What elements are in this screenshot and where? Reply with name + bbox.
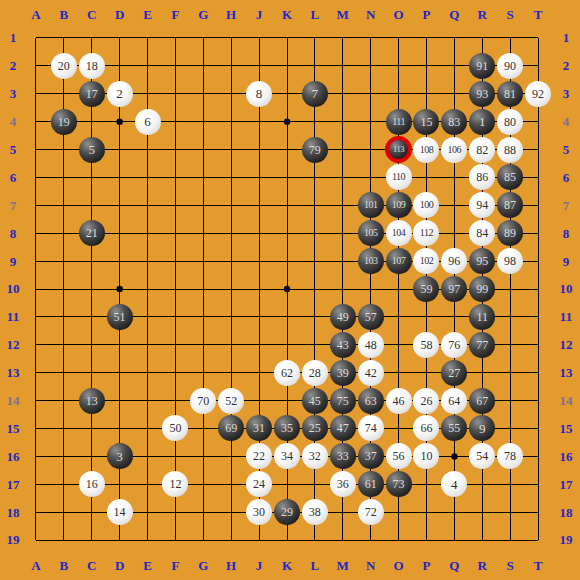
stone-r7-move-94[interactable]: 94: [469, 192, 495, 218]
column-label-b: B: [50, 556, 78, 574]
column-label-r: R: [468, 556, 496, 574]
column-label-h: H: [217, 556, 245, 574]
stone-m17-move-36[interactable]: 36: [330, 471, 356, 497]
row-label-19: 19: [4, 526, 22, 554]
stone-o5-move-113[interactable]: 113: [385, 136, 412, 163]
row-label-10: 10: [557, 275, 575, 303]
column-label-l: L: [301, 556, 329, 574]
row-label-15: 15: [4, 414, 22, 442]
stone-p15-move-66[interactable]: 66: [413, 415, 439, 441]
stone-k18-move-29[interactable]: 29: [274, 499, 300, 525]
stone-l13-move-28[interactable]: 28: [302, 360, 328, 386]
row-label-3: 3: [557, 80, 575, 108]
column-label-p: P: [412, 5, 440, 23]
column-label-m: M: [329, 556, 357, 574]
stone-c5-move-5[interactable]: 5: [79, 137, 105, 163]
stone-p14-move-26[interactable]: 26: [413, 388, 439, 414]
row-label-8: 8: [557, 219, 575, 247]
stone-r4-move-1[interactable]: 1: [469, 109, 495, 135]
stone-n13-move-42[interactable]: 42: [358, 360, 384, 386]
stone-r15-move-9[interactable]: 9: [469, 415, 495, 441]
stone-j18-move-30[interactable]: 30: [246, 499, 272, 525]
column-label-k: K: [273, 5, 301, 23]
stone-r2-move-91[interactable]: 91: [469, 53, 495, 79]
column-labels-top: ABCDEFGHJKLMNOPQRST: [22, 5, 553, 23]
stone-b4-move-19[interactable]: 19: [51, 109, 77, 135]
stone-p9-move-102[interactable]: 102: [413, 248, 439, 274]
stone-o6-move-110[interactable]: 110: [386, 164, 412, 190]
stone-q14-move-64[interactable]: 64: [441, 388, 467, 414]
row-label-13: 13: [557, 359, 575, 387]
stone-n14-move-63[interactable]: 63: [358, 388, 384, 414]
stone-n15-move-74[interactable]: 74: [358, 415, 384, 441]
stone-q5-move-106[interactable]: 106: [441, 137, 467, 163]
stone-m13-move-39[interactable]: 39: [330, 360, 356, 386]
column-label-t: T: [524, 5, 552, 23]
stone-r6-move-86[interactable]: 86: [469, 164, 495, 190]
row-label-2: 2: [557, 52, 575, 80]
column-label-r: R: [468, 5, 496, 23]
stone-n12-move-48[interactable]: 48: [358, 332, 384, 358]
stone-r11-move-11[interactable]: 11: [469, 304, 495, 330]
stone-k15-move-35[interactable]: 35: [274, 415, 300, 441]
stone-s3-move-81[interactable]: 81: [497, 81, 523, 107]
column-label-j: J: [245, 556, 273, 574]
stone-q15-move-55[interactable]: 55: [441, 415, 467, 441]
stone-l14-move-45[interactable]: 45: [302, 388, 328, 414]
column-label-f: F: [161, 5, 189, 23]
stone-r3-move-93[interactable]: 93: [469, 81, 495, 107]
column-label-a: A: [22, 556, 50, 574]
stone-r16-move-54[interactable]: 54: [469, 443, 495, 469]
stone-r14-move-67[interactable]: 67: [469, 388, 495, 414]
row-label-19: 19: [557, 526, 575, 554]
row-label-3: 3: [4, 80, 22, 108]
column-label-o: O: [385, 5, 413, 23]
stone-o7-move-109[interactable]: 109: [386, 192, 412, 218]
column-label-d: D: [106, 556, 134, 574]
stone-c8-move-21[interactable]: 21: [79, 220, 105, 246]
column-label-l: L: [301, 5, 329, 23]
row-label-9: 9: [557, 247, 575, 275]
column-label-e: E: [134, 5, 162, 23]
column-label-k: K: [273, 556, 301, 574]
stone-s5-move-88[interactable]: 88: [497, 137, 523, 163]
stone-o4-move-111[interactable]: 111: [386, 109, 412, 135]
stone-g14-move-70[interactable]: 70: [190, 388, 216, 414]
stone-s16-move-78[interactable]: 78: [497, 443, 523, 469]
row-label-6: 6: [557, 163, 575, 191]
stone-l18-move-38[interactable]: 38: [302, 499, 328, 525]
row-label-9: 9: [4, 247, 22, 275]
stone-q12-move-76[interactable]: 76: [441, 332, 467, 358]
stone-r5-move-82[interactable]: 82: [469, 137, 495, 163]
go-board[interactable]: 1234567891011121314151617181920212224252…: [22, 24, 553, 555]
column-label-h: H: [217, 5, 245, 23]
stone-m11-move-49[interactable]: 49: [330, 304, 356, 330]
stone-q10-move-97[interactable]: 97: [441, 276, 467, 302]
row-labels-right: 12345678910111213141516171819: [557, 24, 575, 555]
column-label-j: J: [245, 5, 273, 23]
stone-m14-move-75[interactable]: 75: [330, 388, 356, 414]
stone-s4-move-80[interactable]: 80: [497, 109, 523, 135]
row-label-12: 12: [557, 331, 575, 359]
row-label-15: 15: [557, 414, 575, 442]
row-label-11: 11: [557, 303, 575, 331]
column-label-b: B: [50, 5, 78, 23]
column-label-s: S: [496, 556, 524, 574]
stone-p7-move-100[interactable]: 100: [413, 192, 439, 218]
row-labels-left: 12345678910111213141516171819: [4, 24, 22, 555]
column-label-q: Q: [440, 5, 468, 23]
stone-n18-move-72[interactable]: 72: [358, 499, 384, 525]
stone-p8-move-112[interactable]: 112: [413, 220, 439, 246]
row-label-10: 10: [4, 275, 22, 303]
stone-j3-move-8[interactable]: 8: [246, 81, 272, 107]
row-label-7: 7: [557, 191, 575, 219]
row-label-4: 4: [557, 108, 575, 136]
row-label-2: 2: [4, 52, 22, 80]
row-label-8: 8: [4, 219, 22, 247]
stone-n7-move-101[interactable]: 101: [358, 192, 384, 218]
stone-m16-move-33[interactable]: 33: [330, 443, 356, 469]
column-label-n: N: [357, 5, 385, 23]
row-label-13: 13: [4, 359, 22, 387]
stone-l5-move-79[interactable]: 79: [302, 137, 328, 163]
column-label-m: M: [329, 5, 357, 23]
stone-c3-move-17[interactable]: 17: [79, 81, 105, 107]
row-label-16: 16: [4, 442, 22, 470]
stone-j15-move-31[interactable]: 31: [246, 415, 272, 441]
stone-s2-move-90[interactable]: 90: [497, 53, 523, 79]
stone-s9-move-98[interactable]: 98: [497, 248, 523, 274]
stone-k13-move-62[interactable]: 62: [274, 360, 300, 386]
stone-l3-move-7[interactable]: 7: [302, 81, 328, 107]
column-label-f: F: [161, 556, 189, 574]
stone-l16-move-32[interactable]: 32: [302, 443, 328, 469]
stone-o17-move-73[interactable]: 73: [386, 471, 412, 497]
stone-p16-move-10[interactable]: 10: [413, 443, 439, 469]
stone-o14-move-46[interactable]: 46: [386, 388, 412, 414]
stone-p12-move-58[interactable]: 58: [413, 332, 439, 358]
row-label-17: 17: [557, 470, 575, 498]
stone-d3-move-2[interactable]: 2: [107, 81, 133, 107]
stone-e4-move-6[interactable]: 6: [135, 109, 161, 135]
stone-q9-move-96[interactable]: 96: [441, 248, 467, 274]
stone-r8-move-84[interactable]: 84: [469, 220, 495, 246]
row-label-14: 14: [557, 387, 575, 415]
stone-f17-move-12[interactable]: 12: [162, 471, 188, 497]
row-label-5: 5: [4, 136, 22, 164]
column-label-g: G: [189, 556, 217, 574]
stone-q13-move-27[interactable]: 27: [441, 360, 467, 386]
stone-c2-move-18[interactable]: 18: [79, 53, 105, 79]
stone-m15-move-47[interactable]: 47: [330, 415, 356, 441]
column-label-a: A: [22, 5, 50, 23]
column-label-c: C: [78, 5, 106, 23]
stone-t3-move-92[interactable]: 92: [525, 81, 551, 107]
row-label-16: 16: [557, 442, 575, 470]
stone-h14-move-52[interactable]: 52: [218, 388, 244, 414]
stone-j16-move-22[interactable]: 22: [246, 443, 272, 469]
row-label-18: 18: [4, 498, 22, 526]
stone-c17-move-16[interactable]: 16: [79, 471, 105, 497]
column-label-d: D: [106, 5, 134, 23]
row-label-17: 17: [4, 470, 22, 498]
stone-l15-move-25[interactable]: 25: [302, 415, 328, 441]
column-label-e: E: [134, 556, 162, 574]
stone-p10-move-59[interactable]: 59: [413, 276, 439, 302]
row-label-12: 12: [4, 331, 22, 359]
go-board-screenshot: ABCDEFGHJKLMNOPQRST ABCDEFGHJKLMNOPQRST …: [0, 0, 580, 580]
row-label-18: 18: [557, 498, 575, 526]
column-label-p: P: [412, 556, 440, 574]
stone-k16-move-34[interactable]: 34: [274, 443, 300, 469]
stone-r12-move-77[interactable]: 77: [469, 332, 495, 358]
stone-p4-move-15[interactable]: 15: [413, 109, 439, 135]
stone-c14-move-13[interactable]: 13: [79, 388, 105, 414]
row-label-4: 4: [4, 108, 22, 136]
row-label-11: 11: [4, 303, 22, 331]
stone-n8-move-105[interactable]: 105: [358, 220, 384, 246]
stone-d16-move-3[interactable]: 3: [107, 443, 133, 469]
column-label-t: T: [524, 556, 552, 574]
stone-n9-move-103[interactable]: 103: [358, 248, 384, 274]
stone-s7-move-87[interactable]: 87: [497, 192, 523, 218]
row-label-14: 14: [4, 387, 22, 415]
column-labels-bottom: ABCDEFGHJKLMNOPQRST: [22, 556, 553, 574]
stone-n11-move-57[interactable]: 57: [358, 304, 384, 330]
stone-j17-move-24[interactable]: 24: [246, 471, 272, 497]
stone-q17-move-4[interactable]: 4: [441, 471, 467, 497]
stone-o8-move-104[interactable]: 104: [386, 220, 412, 246]
stone-r9-move-95[interactable]: 95: [469, 248, 495, 274]
stone-d18-move-14[interactable]: 14: [107, 499, 133, 525]
column-label-g: G: [189, 5, 217, 23]
stone-b2-move-20[interactable]: 20: [51, 53, 77, 79]
stone-s8-move-89[interactable]: 89: [497, 220, 523, 246]
row-label-7: 7: [4, 191, 22, 219]
row-label-6: 6: [4, 163, 22, 191]
board-intersections[interactable]: 1234567891011121314151617181920212224252…: [22, 24, 553, 555]
row-label-1: 1: [557, 24, 575, 52]
stone-s6-move-85[interactable]: 85: [497, 164, 523, 190]
row-label-1: 1: [4, 24, 22, 52]
stone-h15-move-69[interactable]: 69: [218, 415, 244, 441]
stone-r10-move-99[interactable]: 99: [469, 276, 495, 302]
column-label-q: Q: [440, 556, 468, 574]
stone-f15-move-50[interactable]: 50: [162, 415, 188, 441]
stone-m12-move-43[interactable]: 43: [330, 332, 356, 358]
column-label-n: N: [357, 556, 385, 574]
column-label-c: C: [78, 556, 106, 574]
column-label-o: O: [385, 556, 413, 574]
stone-p5-move-108[interactable]: 108: [413, 137, 439, 163]
row-label-5: 5: [557, 136, 575, 164]
column-label-s: S: [496, 5, 524, 23]
stone-o9-move-107[interactable]: 107: [386, 248, 412, 274]
stone-n17-move-61[interactable]: 61: [358, 471, 384, 497]
stone-q4-move-83[interactable]: 83: [441, 109, 467, 135]
stone-o16-move-56[interactable]: 56: [386, 443, 412, 469]
stone-n16-move-37[interactable]: 37: [358, 443, 384, 469]
stone-d11-move-51[interactable]: 51: [107, 304, 133, 330]
